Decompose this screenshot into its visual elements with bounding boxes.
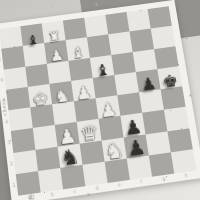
square-d3[interactable]: ♛ <box>77 119 102 143</box>
file-label-d: d <box>85 183 108 194</box>
black-pawn[interactable]: ♟ <box>126 137 148 160</box>
square-h5[interactable]: ♚ <box>157 66 182 89</box>
square-d5[interactable]: ♟ <box>71 78 96 102</box>
square-f2[interactable]: ♟ <box>124 134 149 158</box>
white-queen[interactable]: ♛ <box>79 123 99 145</box>
white-bishop[interactable]: ♝ <box>71 46 86 62</box>
file-label-e: e <box>108 180 131 191</box>
black-bishop[interactable]: ♝ <box>26 33 40 48</box>
board-grid: ♝♜♟♝♝♚♞♟♟♚♟♟♛♟♞♞♟ <box>0 6 196 195</box>
square-e2[interactable]: ♞ <box>102 137 127 161</box>
black-pawn[interactable]: ♟ <box>140 75 158 94</box>
square-c3[interactable]: ♟ <box>55 122 80 146</box>
white-pawn[interactable]: ♟ <box>75 84 93 103</box>
white-king[interactable]: ♚ <box>32 90 49 109</box>
square-b5[interactable]: ♚ <box>28 84 52 108</box>
dust-specks <box>0 0 1 1</box>
file-label-c: c <box>63 186 86 197</box>
board-photo: ♝♜♟♝♝♚♞♟♟♚♟♟♛♟♞♞♟ 87654321 abcdefgh ches… <box>0 0 200 200</box>
chess-board: ♝♜♟♝♝♚♞♟♟♚♟♟♛♟♞♞♟ 87654321 abcdefgh ches… <box>0 0 200 200</box>
file-label-f: f <box>130 177 153 188</box>
file-label-h: h <box>174 170 198 181</box>
square-e6[interactable]: ♝ <box>90 55 114 78</box>
square-c2[interactable]: ♞ <box>57 143 82 167</box>
file-label-g: g <box>152 174 175 185</box>
crown-logo-icon: ♔ <box>27 193 35 200</box>
white-knight[interactable]: ♞ <box>104 140 126 163</box>
white-pawn[interactable]: ♟ <box>49 49 64 65</box>
square-c5[interactable]: ♞ <box>49 81 73 105</box>
white-rook[interactable]: ♜ <box>47 30 61 45</box>
black-knight[interactable]: ♞ <box>60 146 81 169</box>
square-f3[interactable]: ♟ <box>120 113 145 137</box>
black-king[interactable]: ♚ <box>161 72 179 91</box>
white-pawn[interactable]: ♟ <box>99 100 118 120</box>
white-knight[interactable]: ♞ <box>53 87 71 106</box>
file-label-b: b <box>41 189 64 200</box>
square-e4[interactable]: ♟ <box>96 95 121 119</box>
black-bishop[interactable]: ♝ <box>94 62 110 79</box>
